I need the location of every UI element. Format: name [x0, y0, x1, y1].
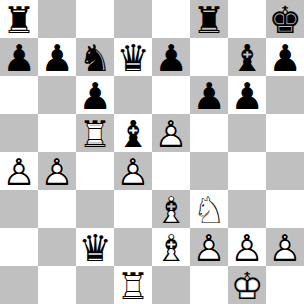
- white-pawn-icon: ♙: [114, 153, 152, 191]
- square-c7[interactable]: ♞: [76, 38, 114, 76]
- square-f7[interactable]: [190, 38, 228, 76]
- black-knight-icon: ♞: [76, 39, 114, 77]
- square-c4[interactable]: [76, 152, 114, 190]
- square-g3[interactable]: [228, 190, 266, 228]
- square-e4[interactable]: [152, 152, 190, 190]
- white-pawn-icon: ♙: [190, 229, 228, 267]
- square-g4[interactable]: [228, 152, 266, 190]
- piece-white-pawn: ♟♙: [190, 228, 228, 266]
- square-b4[interactable]: ♟♙: [38, 152, 76, 190]
- piece-white-pawn: ♟♙: [0, 152, 38, 190]
- piece-white-pawn: ♟♙: [228, 228, 266, 266]
- square-g6[interactable]: ♟: [228, 76, 266, 114]
- square-e7[interactable]: ♟: [152, 38, 190, 76]
- black-pawn-icon: ♟: [38, 39, 76, 77]
- square-a5[interactable]: [0, 114, 38, 152]
- square-h7[interactable]: ♟: [266, 38, 304, 76]
- black-pawn-icon: ♟: [266, 39, 304, 77]
- white-pawn-icon: ♙: [152, 115, 190, 153]
- white-bishop-icon: ♗: [152, 191, 190, 229]
- square-b1[interactable]: [38, 266, 76, 304]
- black-pawn-icon: ♟: [152, 39, 190, 77]
- square-g2[interactable]: ♟♙: [228, 228, 266, 266]
- white-knight-icon: ♘: [190, 191, 228, 229]
- square-h5[interactable]: [266, 114, 304, 152]
- square-h3[interactable]: [266, 190, 304, 228]
- square-a4[interactable]: ♟♙: [0, 152, 38, 190]
- white-bishop-icon: ♗: [152, 229, 190, 267]
- square-a1[interactable]: [0, 266, 38, 304]
- square-c8[interactable]: [76, 0, 114, 38]
- piece-white-bishop: ♝♗: [152, 228, 190, 266]
- square-h4[interactable]: [266, 152, 304, 190]
- black-queen-icon: ♛: [114, 39, 152, 77]
- square-h1[interactable]: [266, 266, 304, 304]
- piece-black-pawn: ♟: [38, 38, 76, 76]
- square-b6[interactable]: [38, 76, 76, 114]
- piece-black-rook: ♜: [0, 0, 38, 38]
- chess-board: ♜♜♚♟♟♞♛♟♝♟♟♟♟♜♖♝♟♙♟♙♟♙♟♙♝♗♞♘♛♝♗♟♙♟♙♟♙♜♖♚…: [0, 0, 304, 304]
- piece-black-pawn: ♟: [152, 38, 190, 76]
- square-g7[interactable]: ♝: [228, 38, 266, 76]
- piece-black-pawn: ♟: [228, 76, 266, 114]
- square-g1[interactable]: ♚♔: [228, 266, 266, 304]
- square-c6[interactable]: ♟: [76, 76, 114, 114]
- square-f5[interactable]: [190, 114, 228, 152]
- square-d2[interactable]: [114, 228, 152, 266]
- piece-black-rook: ♜: [190, 0, 228, 38]
- square-d8[interactable]: [114, 0, 152, 38]
- square-b3[interactable]: [38, 190, 76, 228]
- square-g8[interactable]: [228, 0, 266, 38]
- square-a2[interactable]: [0, 228, 38, 266]
- white-pawn-icon: ♙: [266, 229, 304, 267]
- piece-black-bishop: ♝: [114, 114, 152, 152]
- square-g5[interactable]: [228, 114, 266, 152]
- piece-white-pawn: ♟♙: [152, 114, 190, 152]
- square-f4[interactable]: [190, 152, 228, 190]
- square-h6[interactable]: [266, 76, 304, 114]
- square-a8[interactable]: ♜: [0, 0, 38, 38]
- square-f1[interactable]: [190, 266, 228, 304]
- square-c2[interactable]: ♛: [76, 228, 114, 266]
- square-e6[interactable]: [152, 76, 190, 114]
- square-e1[interactable]: [152, 266, 190, 304]
- white-pawn-icon: ♙: [228, 229, 266, 267]
- white-pawn-icon: ♙: [38, 153, 76, 191]
- square-d7[interactable]: ♛: [114, 38, 152, 76]
- square-f8[interactable]: ♜: [190, 0, 228, 38]
- piece-black-pawn: ♟: [190, 76, 228, 114]
- piece-white-bishop: ♝♗: [152, 190, 190, 228]
- black-pawn-icon: ♟: [228, 77, 266, 115]
- piece-black-bishop: ♝: [228, 38, 266, 76]
- square-d5[interactable]: ♝: [114, 114, 152, 152]
- square-e5[interactable]: ♟♙: [152, 114, 190, 152]
- square-d3[interactable]: [114, 190, 152, 228]
- white-king-icon: ♔: [228, 267, 266, 304]
- piece-white-rook: ♜♖: [114, 266, 152, 304]
- white-pawn-icon: ♙: [0, 153, 38, 191]
- piece-white-pawn: ♟♙: [38, 152, 76, 190]
- black-queen-icon: ♛: [76, 229, 114, 267]
- piece-black-knight: ♞: [76, 38, 114, 76]
- white-rook-icon: ♖: [76, 115, 114, 153]
- square-f3[interactable]: ♞♘: [190, 190, 228, 228]
- square-h2[interactable]: ♟♙: [266, 228, 304, 266]
- square-a6[interactable]: [0, 76, 38, 114]
- black-pawn-icon: ♟: [190, 77, 228, 115]
- black-king-icon: ♚: [266, 1, 304, 39]
- square-c3[interactable]: [76, 190, 114, 228]
- white-rook-icon: ♖: [114, 267, 152, 304]
- square-b7[interactable]: ♟: [38, 38, 76, 76]
- square-a3[interactable]: [0, 190, 38, 228]
- square-e3[interactable]: ♝♗: [152, 190, 190, 228]
- square-f2[interactable]: ♟♙: [190, 228, 228, 266]
- black-bishop-icon: ♝: [114, 115, 152, 153]
- black-pawn-icon: ♟: [76, 77, 114, 115]
- piece-white-pawn: ♟♙: [114, 152, 152, 190]
- piece-white-rook: ♜♖: [76, 114, 114, 152]
- square-b8[interactable]: [38, 0, 76, 38]
- piece-black-king: ♚: [266, 0, 304, 38]
- piece-black-pawn: ♟: [266, 38, 304, 76]
- black-pawn-icon: ♟: [0, 39, 38, 77]
- square-h8[interactable]: ♚: [266, 0, 304, 38]
- square-e8[interactable]: [152, 0, 190, 38]
- square-d4[interactable]: ♟♙: [114, 152, 152, 190]
- black-rook-icon: ♜: [0, 1, 38, 39]
- square-b2[interactable]: [38, 228, 76, 266]
- square-c5[interactable]: ♜♖: [76, 114, 114, 152]
- square-d6[interactable]: [114, 76, 152, 114]
- piece-white-knight: ♞♘: [190, 190, 228, 228]
- square-e2[interactable]: ♝♗: [152, 228, 190, 266]
- square-c1[interactable]: [76, 266, 114, 304]
- square-b5[interactable]: [38, 114, 76, 152]
- piece-black-queen: ♛: [76, 228, 114, 266]
- piece-white-pawn: ♟♙: [266, 228, 304, 266]
- square-a7[interactable]: ♟: [0, 38, 38, 76]
- square-d1[interactable]: ♜♖: [114, 266, 152, 304]
- square-f6[interactable]: ♟: [190, 76, 228, 114]
- piece-black-pawn: ♟: [76, 76, 114, 114]
- black-rook-icon: ♜: [190, 1, 228, 39]
- piece-black-pawn: ♟: [0, 38, 38, 76]
- black-bishop-icon: ♝: [228, 39, 266, 77]
- piece-black-queen: ♛: [114, 38, 152, 76]
- piece-white-king: ♚♔: [228, 266, 266, 304]
